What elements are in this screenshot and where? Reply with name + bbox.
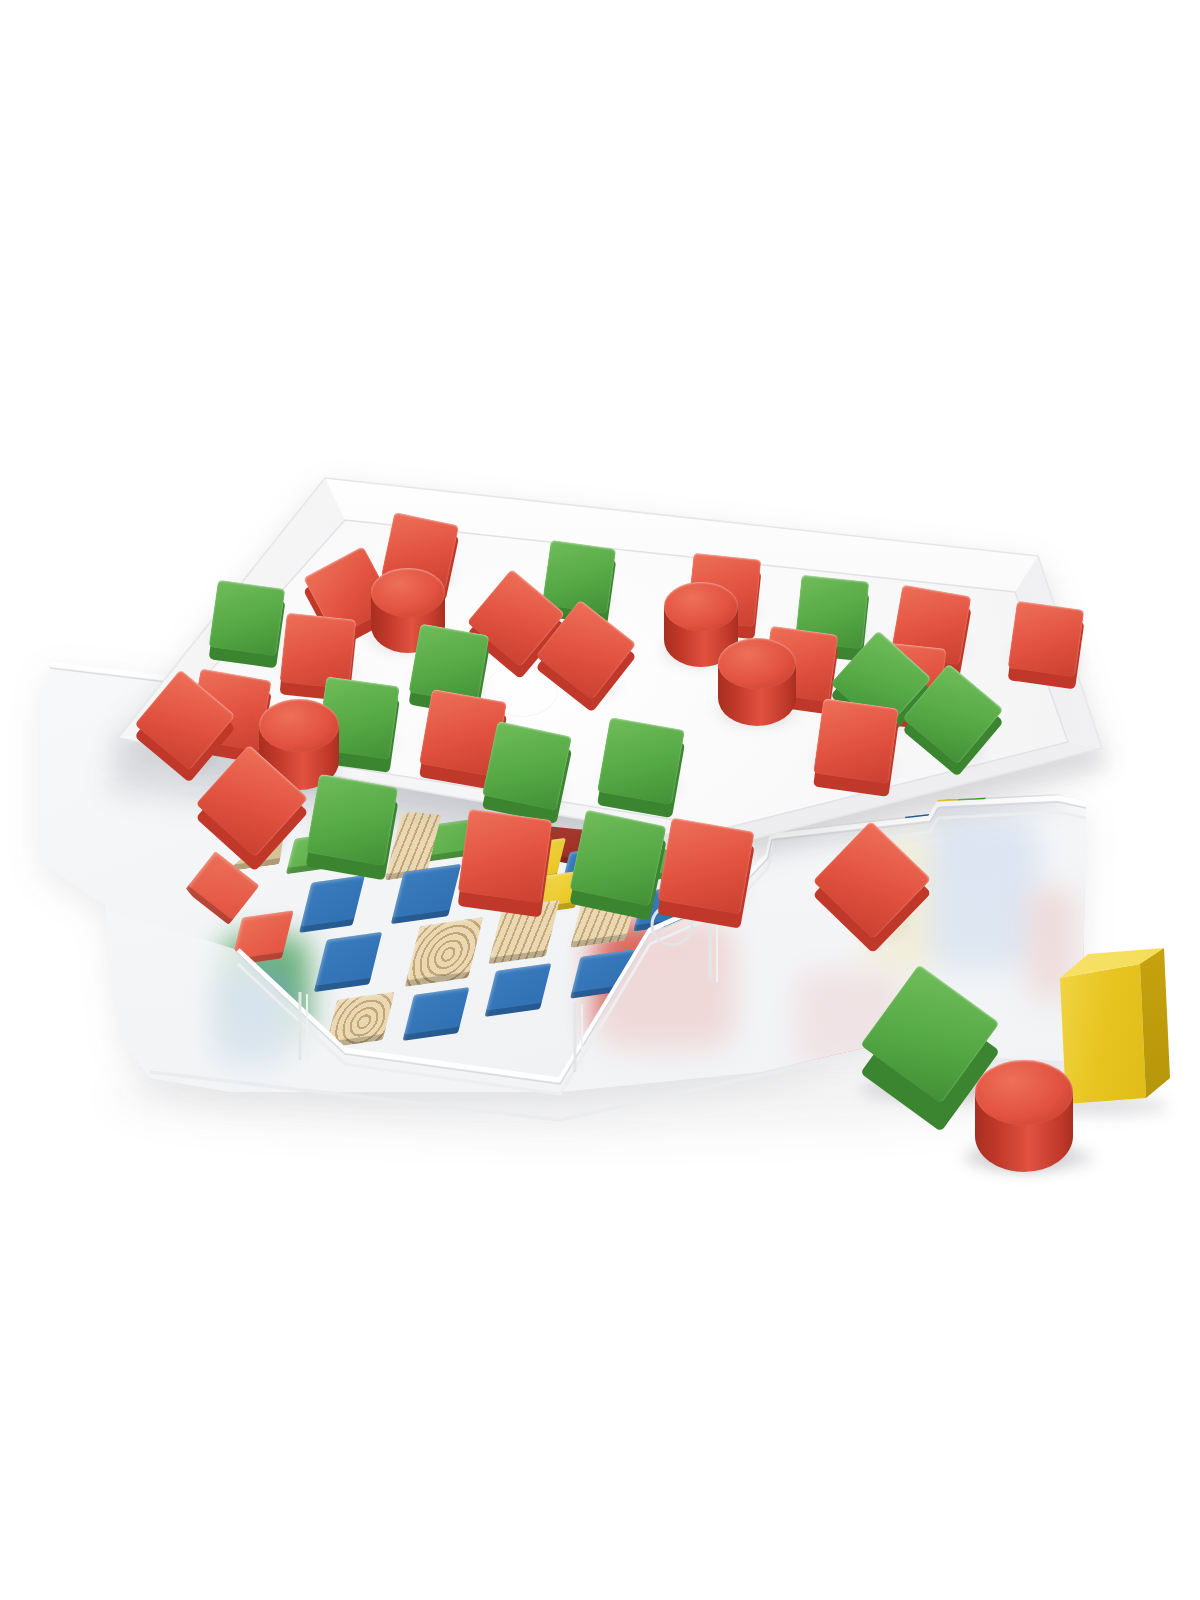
product-photo-scene (0, 0, 1200, 1600)
loose-blocks (0, 0, 1200, 1600)
tray-piece-red-cylinder (975, 1060, 1073, 1172)
cylinder-top (975, 1060, 1073, 1125)
tray-piece-green-square (880, 984, 980, 1084)
